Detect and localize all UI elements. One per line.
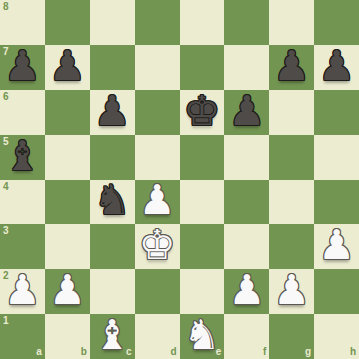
square-f7[interactable] <box>224 45 269 90</box>
file-label-d: d <box>170 347 176 357</box>
file-label-e: e <box>216 347 222 357</box>
square-e2[interactable] <box>180 269 225 314</box>
square-c4[interactable]: ♞ <box>90 180 135 225</box>
square-d5[interactable] <box>135 135 180 180</box>
square-h4[interactable] <box>314 180 359 225</box>
square-e6[interactable]: ♚ <box>180 90 225 135</box>
square-a4[interactable]: 4 <box>0 180 45 225</box>
square-d1[interactable]: d <box>135 314 180 359</box>
square-g8[interactable] <box>269 0 314 45</box>
file-label-a: a <box>36 347 42 357</box>
square-g1[interactable]: g <box>269 314 314 359</box>
white-pawn-icon[interactable]: ♟ <box>273 270 310 311</box>
black-pawn-icon[interactable]: ♟ <box>4 46 41 87</box>
square-g5[interactable] <box>269 135 314 180</box>
square-c2[interactable] <box>90 269 135 314</box>
square-a6[interactable]: 6 <box>0 90 45 135</box>
square-f5[interactable] <box>224 135 269 180</box>
square-b3[interactable] <box>45 224 90 269</box>
white-pawn-icon[interactable]: ♟ <box>228 270 265 311</box>
square-h8[interactable] <box>314 0 359 45</box>
rank-label-4: 4 <box>3 182 9 192</box>
square-c6[interactable]: ♟ <box>90 90 135 135</box>
black-pawn-icon[interactable]: ♟ <box>273 46 310 87</box>
square-a7[interactable]: ♟7 <box>0 45 45 90</box>
white-king-icon[interactable]: ♚ <box>139 225 176 266</box>
white-knight-icon[interactable]: ♞ <box>184 315 221 356</box>
square-d3[interactable]: ♚ <box>135 224 180 269</box>
square-e8[interactable] <box>180 0 225 45</box>
square-h5[interactable] <box>314 135 359 180</box>
rank-label-7: 7 <box>3 47 9 57</box>
chess-board: 8♟7♟♟♟6♟♚♟♝54♞♟3♚♟♟2♟♟♟1ab♝cd♞efgh <box>0 0 359 359</box>
black-pawn-icon[interactable]: ♟ <box>94 91 131 132</box>
square-f4[interactable] <box>224 180 269 225</box>
square-a5[interactable]: ♝5 <box>0 135 45 180</box>
black-pawn-icon[interactable]: ♟ <box>318 46 355 87</box>
square-g7[interactable]: ♟ <box>269 45 314 90</box>
square-b5[interactable] <box>45 135 90 180</box>
square-b1[interactable]: b <box>45 314 90 359</box>
square-c3[interactable] <box>90 224 135 269</box>
square-g2[interactable]: ♟ <box>269 269 314 314</box>
square-c5[interactable] <box>90 135 135 180</box>
square-a2[interactable]: ♟2 <box>0 269 45 314</box>
square-e5[interactable] <box>180 135 225 180</box>
square-f6[interactable]: ♟ <box>224 90 269 135</box>
square-b2[interactable]: ♟ <box>45 269 90 314</box>
file-label-b: b <box>81 347 87 357</box>
square-h1[interactable]: h <box>314 314 359 359</box>
square-d7[interactable] <box>135 45 180 90</box>
square-g6[interactable] <box>269 90 314 135</box>
file-label-c: c <box>126 347 132 357</box>
square-a1[interactable]: 1a <box>0 314 45 359</box>
black-king-icon[interactable]: ♚ <box>184 91 221 132</box>
black-pawn-icon[interactable]: ♟ <box>228 91 265 132</box>
file-label-g: g <box>305 347 311 357</box>
white-pawn-icon[interactable]: ♟ <box>139 180 176 221</box>
square-b6[interactable] <box>45 90 90 135</box>
square-c1[interactable]: ♝c <box>90 314 135 359</box>
square-g4[interactable] <box>269 180 314 225</box>
white-pawn-icon[interactable]: ♟ <box>49 270 86 311</box>
square-f1[interactable]: f <box>224 314 269 359</box>
white-bishop-icon[interactable]: ♝ <box>94 315 131 356</box>
square-d2[interactable] <box>135 269 180 314</box>
square-b4[interactable] <box>45 180 90 225</box>
rank-label-1: 1 <box>3 316 9 326</box>
rank-label-6: 6 <box>3 92 9 102</box>
square-f3[interactable] <box>224 224 269 269</box>
file-label-f: f <box>263 347 266 357</box>
square-g3[interactable] <box>269 224 314 269</box>
square-b8[interactable] <box>45 0 90 45</box>
square-e4[interactable] <box>180 180 225 225</box>
square-c7[interactable] <box>90 45 135 90</box>
square-f2[interactable]: ♟ <box>224 269 269 314</box>
square-h6[interactable] <box>314 90 359 135</box>
rank-label-3: 3 <box>3 226 9 236</box>
black-knight-icon[interactable]: ♞ <box>94 180 131 221</box>
square-a3[interactable]: 3 <box>0 224 45 269</box>
white-pawn-icon[interactable]: ♟ <box>318 225 355 266</box>
black-pawn-icon[interactable]: ♟ <box>49 46 86 87</box>
square-f8[interactable] <box>224 0 269 45</box>
black-bishop-icon[interactable]: ♝ <box>4 136 41 177</box>
white-pawn-icon[interactable]: ♟ <box>4 270 41 311</box>
square-e7[interactable] <box>180 45 225 90</box>
square-h3[interactable]: ♟ <box>314 224 359 269</box>
square-e3[interactable] <box>180 224 225 269</box>
square-h7[interactable]: ♟ <box>314 45 359 90</box>
rank-label-5: 5 <box>3 137 9 147</box>
file-label-h: h <box>350 347 356 357</box>
rank-label-8: 8 <box>3 2 9 12</box>
rank-label-2: 2 <box>3 271 9 281</box>
square-d6[interactable] <box>135 90 180 135</box>
square-h2[interactable] <box>314 269 359 314</box>
square-d8[interactable] <box>135 0 180 45</box>
square-b7[interactable]: ♟ <box>45 45 90 90</box>
square-e1[interactable]: ♞e <box>180 314 225 359</box>
square-a8[interactable]: 8 <box>0 0 45 45</box>
square-c8[interactable] <box>90 0 135 45</box>
square-d4[interactable]: ♟ <box>135 180 180 225</box>
